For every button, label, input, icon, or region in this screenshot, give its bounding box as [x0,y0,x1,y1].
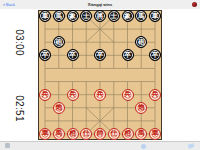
timer-column: 03:00 02:51 [0,9,38,142]
xiangqi-board[interactable]: 車馬象士將士象馬車砲砲卒卒卒卒卒兵兵兵兵兵炮炮車馬相仕帥仕相馬車 [38,10,162,140]
board-point-0-1[interactable]: 馬 [52,9,66,22]
board-point-7-4[interactable] [93,101,107,114]
board-point-6-0[interactable]: 兵 [38,88,52,101]
board-point-2-1[interactable]: 砲 [52,36,66,49]
board-points: 車馬象士將士象馬車砲砲卒卒卒卒卒兵兵兵兵兵炮炮車馬相仕帥仕相馬車 [38,9,162,140]
board-point-2-3[interactable] [79,36,93,49]
board-point-2-0[interactable] [38,36,52,49]
board-point-4-0[interactable] [38,62,52,75]
board-point-4-3[interactable] [79,62,93,75]
board-point-9-1[interactable]: 馬 [52,127,66,140]
board-point-5-1[interactable] [52,75,66,88]
page-title: Xiangqi wins [0,0,200,9]
board-point-4-4[interactable] [93,62,107,75]
board-point-3-5[interactable] [107,49,121,62]
board-point-6-6[interactable]: 兵 [121,88,135,101]
board-point-5-3[interactable] [79,75,93,88]
board-point-9-0[interactable]: 車 [38,127,52,140]
board-point-3-8[interactable]: 卒 [148,49,162,62]
board-point-7-3[interactable] [79,101,93,114]
board-point-1-1[interactable] [52,23,66,36]
board-point-6-3[interactable] [79,88,93,101]
black-soldier-piece[interactable]: 卒 [67,49,79,61]
board-point-8-4[interactable] [93,114,107,127]
board-point-9-6[interactable]: 相 [121,127,135,140]
board-point-7-8[interactable] [148,101,162,114]
board-point-7-5[interactable] [107,101,121,114]
red-chariot-piece[interactable]: 車 [149,128,161,140]
red-soldier-piece[interactable]: 兵 [39,89,51,101]
black-soldier-piece[interactable]: 卒 [39,49,51,61]
board-point-3-1[interactable] [52,49,66,62]
board-point-3-3[interactable] [79,49,93,62]
board-point-1-5[interactable] [107,23,121,36]
board-point-8-8[interactable] [148,114,162,127]
black-advisor-piece[interactable]: 士 [108,10,120,22]
black-horse-piece[interactable]: 馬 [53,10,65,22]
board-point-5-4[interactable] [93,75,107,88]
board-point-6-1[interactable] [52,88,66,101]
toolbar-moves-icon[interactable] [188,143,194,149]
board-point-0-0[interactable]: 車 [38,9,52,22]
black-cannon-piece[interactable]: 砲 [135,36,147,48]
black-horse-piece[interactable]: 馬 [135,10,147,22]
main-content: 03:00 02:51 車馬象士將士象馬車砲砲卒卒卒卒卒兵兵兵兵兵炮炮車馬相仕帥… [0,9,200,142]
board-point-1-7[interactable] [134,23,148,36]
red-elephant-piece[interactable]: 相 [67,128,79,140]
board-point-7-6[interactable] [121,101,135,114]
board-point-4-7[interactable] [134,62,148,75]
board-point-2-2[interactable] [66,36,80,49]
black-timer-slot: 03:00 [0,9,38,76]
black-soldier-piece[interactable]: 卒 [149,49,161,61]
board-point-6-2[interactable]: 兵 [66,88,80,101]
red-advisor-piece[interactable]: 仕 [80,128,92,140]
board-point-7-7[interactable]: 炮 [134,101,148,114]
red-cannon-piece[interactable]: 炮 [53,102,65,114]
board-point-1-2[interactable] [66,23,80,36]
black-elephant-piece[interactable]: 象 [67,10,79,22]
board-point-0-7[interactable]: 馬 [134,9,148,22]
black-soldier-piece[interactable]: 卒 [94,49,106,61]
red-horse-piece[interactable]: 馬 [135,128,147,140]
board-point-3-2[interactable]: 卒 [66,49,80,62]
black-chariot-piece[interactable]: 車 [149,10,161,22]
board-point-5-6[interactable] [121,75,135,88]
board-point-5-5[interactable] [107,75,121,88]
toolbar-hint-icon[interactable] [141,144,146,149]
board-point-8-7[interactable] [134,114,148,127]
board-point-9-3[interactable]: 仕 [79,127,93,140]
red-general-piece[interactable]: 帥 [94,128,106,140]
board-point-9-2[interactable]: 相 [66,127,80,140]
board-point-7-0[interactable] [38,101,52,114]
board-point-9-5[interactable]: 仕 [107,127,121,140]
red-advisor-piece[interactable]: 仕 [108,128,120,140]
black-chariot-piece[interactable]: 車 [39,10,51,22]
red-horse-piece[interactable]: 馬 [53,128,65,140]
board-point-7-1[interactable]: 炮 [52,101,66,114]
red-timer-slot: 02:51 [0,76,38,143]
board-point-6-7[interactable] [134,88,148,101]
board-point-8-1[interactable] [52,114,66,127]
toolbar-left-icon[interactable] [5,143,10,148]
board-point-0-6[interactable]: 象 [121,9,135,22]
board-point-0-5[interactable]: 士 [107,9,121,22]
board-point-0-3[interactable]: 士 [79,9,93,22]
board-point-4-5[interactable] [107,62,121,75]
board-point-3-7[interactable] [134,49,148,62]
board-point-2-8[interactable] [148,36,162,49]
board-point-2-7[interactable]: 砲 [134,36,148,49]
board-point-9-7[interactable]: 馬 [134,127,148,140]
board-point-5-7[interactable] [134,75,148,88]
board-point-6-4[interactable]: 兵 [93,88,107,101]
board-point-2-6[interactable] [121,36,135,49]
red-soldier-piece[interactable]: 兵 [149,89,161,101]
black-advisor-piece[interactable]: 士 [80,10,92,22]
board-point-0-4[interactable]: 將 [93,9,107,22]
red-cannon-piece[interactable]: 炮 [135,102,147,114]
board-point-2-5[interactable] [107,36,121,49]
board-point-1-8[interactable] [148,23,162,36]
black-cannon-piece[interactable]: 砲 [53,36,65,48]
black-general-piece[interactable]: 將 [94,10,106,22]
board-point-1-3[interactable] [79,23,93,36]
red-clock: 02:51 [14,95,25,122]
board-point-4-8[interactable] [148,62,162,75]
red-chariot-piece[interactable]: 車 [39,128,51,140]
red-soldier-piece[interactable]: 兵 [67,89,79,101]
board-point-8-5[interactable] [107,114,121,127]
board-point-6-8[interactable]: 兵 [148,88,162,101]
board-point-3-6[interactable]: 卒 [121,49,135,62]
board-point-5-8[interactable] [148,75,162,88]
bottom-toolbar [0,141,200,150]
xiangqi-app-window: ‹ Back Xiangqi wins 03:00 02:51 車馬象士將士象馬… [0,0,200,150]
board-point-8-0[interactable] [38,114,52,127]
board-point-7-2[interactable] [66,101,80,114]
board-point-1-4[interactable] [93,23,107,36]
black-elephant-piece[interactable]: 象 [122,10,134,22]
board-point-4-6[interactable] [121,62,135,75]
board-point-8-3[interactable] [79,114,93,127]
board-point-2-4[interactable] [93,36,107,49]
board-point-4-2[interactable] [66,62,80,75]
board-point-5-0[interactable] [38,75,52,88]
board-point-3-0[interactable]: 卒 [38,49,52,62]
black-soldier-piece[interactable]: 卒 [122,49,134,61]
red-soldier-piece[interactable]: 兵 [122,89,134,101]
board-point-0-2[interactable]: 象 [66,9,80,22]
board-point-8-6[interactable] [121,114,135,127]
board-point-8-2[interactable] [66,114,80,127]
board-point-9-8[interactable]: 車 [148,127,162,140]
board-point-3-4[interactable]: 卒 [93,49,107,62]
black-clock: 03:00 [14,29,25,56]
board-point-1-6[interactable] [121,23,135,36]
red-elephant-piece[interactable]: 相 [122,128,134,140]
board-point-9-4[interactable]: 帥 [93,127,107,140]
red-soldier-piece[interactable]: 兵 [94,89,106,101]
board-point-5-2[interactable] [66,75,80,88]
board-point-0-8[interactable]: 車 [148,9,162,22]
board-point-4-1[interactable] [52,62,66,75]
board-point-6-5[interactable] [107,88,121,101]
board-point-1-0[interactable] [38,23,52,36]
